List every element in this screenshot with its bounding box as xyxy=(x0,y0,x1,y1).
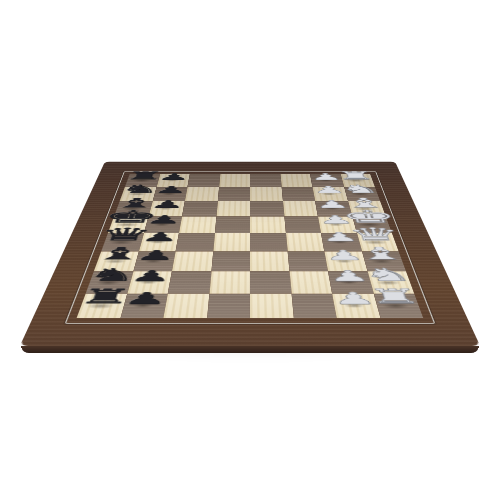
white-pawn: ♟ xyxy=(317,214,355,225)
black-pawn: ♟ xyxy=(135,249,177,262)
black-pawn: ♟ xyxy=(140,231,180,243)
white-rook: ♜ xyxy=(335,170,377,181)
pieces-layer: ♜♟♟♜♞♟♟♞♝♟♟♝♚♟♟♚♛♟♟♛♝♟♟♝♞♟♟♞♜♟♟♜ xyxy=(20,162,480,346)
black-pawn: ♟ xyxy=(145,214,183,225)
black-pawn: ♟ xyxy=(157,172,190,181)
black-pawn: ♟ xyxy=(129,268,173,283)
white-queen: ♛ xyxy=(346,225,405,242)
product-photo-stage: ♜♟♟♜♞♟♟♞♝♟♟♝♚♟♟♚♛♟♟♛♝♟♟♝♞♟♟♞♜♟♟♜ xyxy=(0,0,500,500)
perspective-scene: ♜♟♟♜♞♟♟♞♝♟♟♝♚♟♟♚♛♟♟♛♝♟♟♝♞♟♟♞♜♟♟♜ xyxy=(0,0,500,500)
white-bishop: ♝ xyxy=(354,245,409,262)
black-pawn: ♟ xyxy=(154,185,189,195)
chess-board: ♜♟♟♜♞♟♟♞♝♟♟♝♚♟♟♚♛♟♟♛♝♟♟♝♞♟♟♞♜♟♟♜ xyxy=(20,162,480,346)
black-pawn: ♟ xyxy=(149,199,185,209)
white-pawn: ♟ xyxy=(320,231,360,243)
black-pawn: ♟ xyxy=(122,290,169,306)
white-knight: ♞ xyxy=(339,183,382,194)
board-side-edge xyxy=(21,346,479,353)
